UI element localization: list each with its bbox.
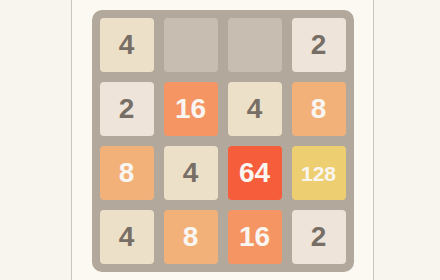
tile-8: 8 <box>100 146 154 200</box>
tile-4: 4 <box>100 18 154 72</box>
tile-128: 128 <box>292 146 346 200</box>
tile-4: 4 <box>228 82 282 136</box>
tile-16: 16 <box>164 82 218 136</box>
tile-2: 2 <box>292 210 346 264</box>
tile-4: 4 <box>164 146 218 200</box>
page-column: 4221648846412848162 <box>71 0 374 280</box>
tile-8: 8 <box>292 82 346 136</box>
game-board[interactable]: 4221648846412848162 <box>92 10 354 272</box>
tile-16: 16 <box>228 210 282 264</box>
empty-cell <box>228 18 282 72</box>
tile-2: 2 <box>292 18 346 72</box>
tile-8: 8 <box>164 210 218 264</box>
tile-2: 2 <box>100 82 154 136</box>
empty-cell <box>164 18 218 72</box>
tile-64: 64 <box>228 146 282 200</box>
tile-4: 4 <box>100 210 154 264</box>
